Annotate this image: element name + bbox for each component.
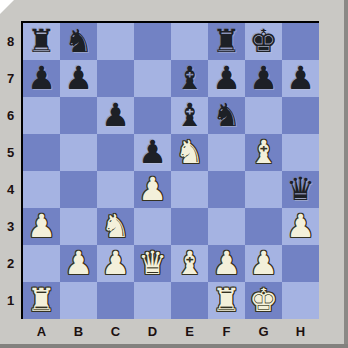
piece-white-rook: ♜	[27, 284, 56, 316]
square-f8[interactable]: ♜	[208, 23, 245, 60]
square-d6[interactable]	[134, 97, 171, 134]
frame-corner-highlight	[0, 0, 14, 14]
piece-black-queen: ♛	[286, 173, 315, 205]
square-g1[interactable]: ♚	[245, 282, 282, 319]
square-f2[interactable]: ♟	[208, 245, 245, 282]
piece-black-pawn: ♟	[64, 62, 93, 94]
square-b8[interactable]: ♞	[60, 23, 97, 60]
square-b3[interactable]	[60, 208, 97, 245]
square-e1[interactable]	[171, 282, 208, 319]
file-label-g: G	[245, 319, 282, 344]
square-a2[interactable]	[23, 245, 60, 282]
piece-white-pawn: ♟	[138, 173, 167, 205]
file-label-a: A	[23, 319, 60, 344]
rank-label-3: 3	[0, 208, 21, 245]
square-h7[interactable]: ♟	[282, 60, 319, 97]
square-d2[interactable]: ♛	[134, 245, 171, 282]
file-label-b: B	[60, 319, 97, 344]
piece-black-knight: ♞	[64, 25, 93, 57]
square-d8[interactable]	[134, 23, 171, 60]
square-a7[interactable]: ♟	[23, 60, 60, 97]
square-f6[interactable]: ♞	[208, 97, 245, 134]
square-g4[interactable]	[245, 171, 282, 208]
piece-white-queen: ♛	[138, 247, 167, 279]
file-label-h: H	[282, 319, 319, 344]
square-e7[interactable]: ♝	[171, 60, 208, 97]
piece-white-knight: ♞	[175, 136, 204, 168]
piece-white-pawn: ♟	[27, 210, 56, 242]
piece-black-rook: ♜	[212, 25, 241, 57]
square-d4[interactable]: ♟	[134, 171, 171, 208]
file-label-e: E	[171, 319, 208, 344]
rank-label-7: 7	[0, 60, 21, 97]
rank-label-2: 2	[0, 245, 21, 282]
square-e8[interactable]	[171, 23, 208, 60]
square-g6[interactable]	[245, 97, 282, 134]
square-h8[interactable]	[282, 23, 319, 60]
frame-bevel-right	[344, 0, 348, 348]
square-d3[interactable]	[134, 208, 171, 245]
square-h6[interactable]	[282, 97, 319, 134]
square-c8[interactable]	[97, 23, 134, 60]
square-h5[interactable]	[282, 134, 319, 171]
piece-black-pawn: ♟	[27, 62, 56, 94]
file-label-f: F	[208, 319, 245, 344]
square-h1[interactable]	[282, 282, 319, 319]
piece-black-pawn: ♟	[138, 136, 167, 168]
piece-white-pawn: ♟	[249, 247, 278, 279]
piece-black-king: ♚	[249, 25, 278, 57]
piece-white-bishop: ♝	[249, 136, 278, 168]
piece-white-pawn: ♟	[101, 247, 130, 279]
square-a5[interactable]	[23, 134, 60, 171]
square-g2[interactable]: ♟	[245, 245, 282, 282]
rank-labels: 87654321	[0, 23, 21, 319]
square-b5[interactable]	[60, 134, 97, 171]
square-d1[interactable]	[134, 282, 171, 319]
square-f3[interactable]	[208, 208, 245, 245]
rank-label-1: 1	[0, 282, 21, 319]
square-f4[interactable]	[208, 171, 245, 208]
piece-black-bishop: ♝	[175, 62, 204, 94]
square-a6[interactable]	[23, 97, 60, 134]
square-h2[interactable]	[282, 245, 319, 282]
piece-white-bishop: ♝	[175, 247, 204, 279]
piece-white-rook: ♜	[212, 284, 241, 316]
file-labels: ABCDEFGH	[23, 319, 319, 344]
file-label-d: D	[134, 319, 171, 344]
file-label-c: C	[97, 319, 134, 344]
chess-diagram-frame: 87654321 ♜♞♜♚♟♟♝♟♟♟♟♝♞♟♞♝♟♛♟♞♟♟♟♛♝♟♟♜♜♚ …	[0, 0, 348, 348]
square-e5[interactable]: ♞	[171, 134, 208, 171]
square-e2[interactable]: ♝	[171, 245, 208, 282]
piece-white-knight: ♞	[101, 210, 130, 242]
square-c3[interactable]: ♞	[97, 208, 134, 245]
square-c1[interactable]	[97, 282, 134, 319]
square-c5[interactable]	[97, 134, 134, 171]
rank-label-6: 6	[0, 97, 21, 134]
rank-label-4: 4	[0, 171, 21, 208]
square-f7[interactable]: ♟	[208, 60, 245, 97]
square-c2[interactable]: ♟	[97, 245, 134, 282]
square-b1[interactable]	[60, 282, 97, 319]
piece-black-bishop: ♝	[175, 99, 204, 131]
piece-black-pawn: ♟	[101, 99, 130, 131]
square-a1[interactable]: ♜	[23, 282, 60, 319]
piece-black-rook: ♜	[27, 25, 56, 57]
piece-black-knight: ♞	[212, 99, 241, 131]
square-f1[interactable]: ♜	[208, 282, 245, 319]
piece-black-pawn: ♟	[212, 62, 241, 94]
square-e6[interactable]: ♝	[171, 97, 208, 134]
piece-white-pawn: ♟	[64, 247, 93, 279]
piece-white-pawn: ♟	[286, 210, 315, 242]
square-c4[interactable]	[97, 171, 134, 208]
square-a8[interactable]: ♜	[23, 23, 60, 60]
chess-board: ♜♞♜♚♟♟♝♟♟♟♟♝♞♟♞♝♟♛♟♞♟♟♟♛♝♟♟♜♜♚	[21, 21, 319, 319]
square-e4[interactable]	[171, 171, 208, 208]
square-g8[interactable]: ♚	[245, 23, 282, 60]
frame-bevel-bottom	[0, 344, 348, 348]
square-f5[interactable]	[208, 134, 245, 171]
piece-black-pawn: ♟	[249, 62, 278, 94]
square-c6[interactable]: ♟	[97, 97, 134, 134]
rank-label-5: 5	[0, 134, 21, 171]
rank-label-8: 8	[0, 23, 21, 60]
square-g3[interactable]	[245, 208, 282, 245]
square-g5[interactable]: ♝	[245, 134, 282, 171]
square-h3[interactable]: ♟	[282, 208, 319, 245]
square-e3[interactable]	[171, 208, 208, 245]
square-b6[interactable]	[60, 97, 97, 134]
piece-white-pawn: ♟	[212, 247, 241, 279]
piece-white-king: ♚	[249, 284, 278, 316]
square-d5[interactable]: ♟	[134, 134, 171, 171]
square-b4[interactable]	[60, 171, 97, 208]
square-h4[interactable]: ♛	[282, 171, 319, 208]
piece-black-pawn: ♟	[286, 62, 315, 94]
square-a4[interactable]	[23, 171, 60, 208]
square-c7[interactable]	[97, 60, 134, 97]
square-g7[interactable]: ♟	[245, 60, 282, 97]
square-a3[interactable]: ♟	[23, 208, 60, 245]
square-b2[interactable]: ♟	[60, 245, 97, 282]
square-b7[interactable]: ♟	[60, 60, 97, 97]
square-d7[interactable]	[134, 60, 171, 97]
